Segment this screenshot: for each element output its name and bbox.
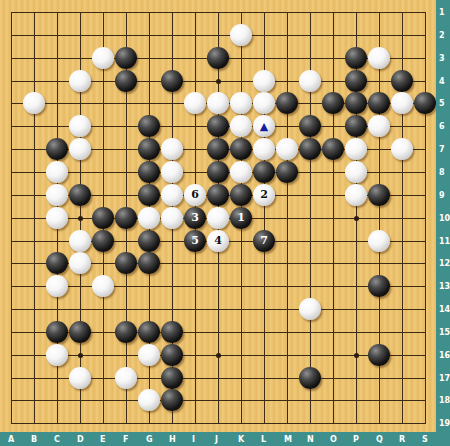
white-stone[interactable] — [92, 275, 114, 297]
white-stone[interactable] — [253, 92, 275, 114]
grid-hline — [11, 400, 426, 401]
coord-letter: M — [284, 435, 292, 444]
black-stone[interactable] — [115, 47, 137, 69]
coord-number: 15 — [439, 328, 450, 337]
coord-letter: S — [422, 435, 428, 444]
black-stone[interactable] — [138, 138, 160, 160]
coord-number: 10 — [439, 214, 450, 223]
coord-letter: F — [123, 435, 128, 444]
white-stone[interactable] — [46, 184, 68, 206]
black-stone[interactable] — [253, 161, 275, 183]
coord-letter: H — [169, 435, 176, 444]
coord-letter: D — [77, 435, 84, 444]
black-stone[interactable] — [138, 321, 160, 343]
black-stone[interactable] — [230, 138, 252, 160]
black-stone[interactable] — [368, 184, 390, 206]
black-stone[interactable] — [345, 115, 367, 137]
coord-number: 5 — [439, 99, 445, 108]
white-stone[interactable] — [161, 184, 183, 206]
black-stone[interactable] — [161, 367, 183, 389]
white-stone[interactable] — [161, 207, 183, 229]
white-stone[interactable] — [345, 161, 367, 183]
white-stone[interactable] — [345, 138, 367, 160]
white-stone[interactable] — [253, 138, 275, 160]
black-stone[interactable] — [230, 207, 252, 229]
black-stone[interactable] — [115, 252, 137, 274]
black-stone[interactable] — [414, 92, 436, 114]
black-stone[interactable] — [69, 321, 91, 343]
coord-number: 3 — [439, 54, 445, 63]
white-stone[interactable] — [368, 115, 390, 137]
black-stone[interactable] — [115, 321, 137, 343]
white-stone[interactable] — [276, 138, 298, 160]
black-stone[interactable] — [115, 70, 137, 92]
coord-number: 9 — [439, 191, 445, 200]
white-stone[interactable] — [368, 47, 390, 69]
black-stone[interactable] — [299, 115, 321, 137]
white-stone[interactable] — [299, 298, 321, 320]
black-stone[interactable] — [92, 230, 114, 252]
black-stone[interactable] — [92, 207, 114, 229]
white-stone[interactable] — [69, 115, 91, 137]
black-stone[interactable] — [138, 252, 160, 274]
black-stone[interactable] — [391, 70, 413, 92]
white-stone[interactable] — [391, 138, 413, 160]
white-stone[interactable] — [230, 92, 252, 114]
black-stone[interactable] — [184, 230, 206, 252]
white-stone[interactable] — [138, 344, 160, 366]
white-stone[interactable] — [161, 138, 183, 160]
grid-hline — [11, 309, 426, 310]
white-stone[interactable] — [207, 230, 229, 252]
star-point — [78, 216, 83, 221]
white-stone[interactable] — [69, 252, 91, 274]
white-stone[interactable] — [230, 115, 252, 137]
star-point — [354, 353, 359, 358]
black-stone[interactable] — [368, 275, 390, 297]
black-stone[interactable] — [207, 47, 229, 69]
black-stone[interactable] — [345, 92, 367, 114]
coord-number: 11 — [439, 237, 450, 246]
coord-letter: I — [192, 435, 195, 444]
white-stone[interactable] — [368, 230, 390, 252]
white-stone[interactable] — [230, 24, 252, 46]
coord-number: 7 — [439, 145, 445, 154]
coord-number: 12 — [439, 259, 450, 268]
black-stone[interactable] — [322, 138, 344, 160]
coord-letter: N — [307, 435, 314, 444]
black-stone[interactable] — [115, 207, 137, 229]
black-stone[interactable] — [345, 70, 367, 92]
black-stone[interactable] — [69, 184, 91, 206]
white-stone[interactable] — [46, 344, 68, 366]
coord-number: 16 — [439, 351, 450, 360]
black-stone[interactable] — [46, 138, 68, 160]
white-stone[interactable] — [253, 115, 275, 137]
black-stone[interactable] — [322, 92, 344, 114]
star-point — [216, 353, 221, 358]
black-stone[interactable] — [299, 138, 321, 160]
black-stone[interactable] — [184, 207, 206, 229]
grid-hline — [11, 286, 426, 287]
white-stone[interactable] — [253, 70, 275, 92]
coord-number: 8 — [439, 168, 445, 177]
coord-letter: O — [330, 435, 337, 444]
go-board[interactable]: 1234567▲ — [0, 0, 450, 446]
white-stone[interactable] — [69, 367, 91, 389]
white-stone[interactable] — [391, 92, 413, 114]
grid-vline — [333, 12, 334, 424]
star-point — [354, 216, 359, 221]
white-stone[interactable] — [253, 184, 275, 206]
grid-vline — [425, 12, 426, 424]
white-stone[interactable] — [69, 70, 91, 92]
coord-letter: A — [8, 435, 14, 444]
coord-number: 14 — [439, 305, 450, 314]
black-stone[interactable] — [253, 230, 275, 252]
white-stone[interactable] — [46, 207, 68, 229]
black-stone[interactable] — [161, 344, 183, 366]
black-stone[interactable] — [138, 230, 160, 252]
black-stone[interactable] — [207, 184, 229, 206]
coord-number: 1 — [439, 8, 445, 17]
grid-hline — [11, 423, 426, 424]
coord-number: 17 — [439, 374, 450, 383]
coord-number: 13 — [439, 282, 450, 291]
black-stone[interactable] — [138, 184, 160, 206]
coord-letter: Q — [376, 435, 383, 444]
black-stone[interactable] — [368, 92, 390, 114]
black-stone[interactable] — [138, 115, 160, 137]
white-stone[interactable] — [115, 367, 137, 389]
black-stone[interactable] — [299, 367, 321, 389]
white-stone[interactable] — [46, 161, 68, 183]
coord-letter: P — [353, 435, 359, 444]
black-stone[interactable] — [161, 321, 183, 343]
coord-number: 6 — [439, 122, 445, 131]
coord-letter: G — [146, 435, 153, 444]
coord-letter: J — [215, 435, 218, 444]
black-stone[interactable] — [345, 47, 367, 69]
white-stone[interactable] — [230, 161, 252, 183]
white-stone[interactable] — [207, 207, 229, 229]
white-stone[interactable] — [184, 92, 206, 114]
coord-number: 2 — [439, 31, 445, 40]
black-stone[interactable] — [161, 389, 183, 411]
black-stone[interactable] — [46, 321, 68, 343]
white-stone[interactable] — [299, 70, 321, 92]
white-stone[interactable] — [23, 92, 45, 114]
coord-number: 4 — [439, 77, 445, 86]
black-stone[interactable] — [368, 344, 390, 366]
white-stone[interactable] — [92, 47, 114, 69]
black-stone[interactable] — [276, 161, 298, 183]
white-stone[interactable] — [69, 138, 91, 160]
white-stone[interactable] — [207, 92, 229, 114]
black-stone[interactable] — [230, 184, 252, 206]
black-stone[interactable] — [207, 138, 229, 160]
black-stone[interactable] — [46, 252, 68, 274]
coord-letter: L — [261, 435, 266, 444]
white-stone[interactable] — [138, 389, 160, 411]
go-diagram: 1234567▲ ABCDEFGHIJKLMNOPQRS123456789101… — [0, 0, 450, 446]
white-stone[interactable] — [46, 275, 68, 297]
white-stone[interactable] — [69, 230, 91, 252]
coord-letter: E — [100, 435, 105, 444]
white-stone[interactable] — [184, 184, 206, 206]
coord-number: 18 — [439, 396, 450, 405]
black-stone[interactable] — [138, 161, 160, 183]
black-stone[interactable] — [207, 115, 229, 137]
coord-letter: B — [31, 435, 37, 444]
coord-letter: C — [54, 435, 60, 444]
star-point — [216, 79, 221, 84]
black-stone[interactable] — [161, 70, 183, 92]
coord-letter: K — [238, 435, 244, 444]
grid-vline — [287, 12, 288, 424]
black-stone[interactable] — [276, 92, 298, 114]
black-stone[interactable] — [207, 161, 229, 183]
star-point — [78, 353, 83, 358]
white-stone[interactable] — [161, 161, 183, 183]
coord-number: 19 — [439, 419, 450, 428]
white-stone[interactable] — [138, 207, 160, 229]
white-stone[interactable] — [345, 184, 367, 206]
coord-letter: R — [399, 435, 405, 444]
